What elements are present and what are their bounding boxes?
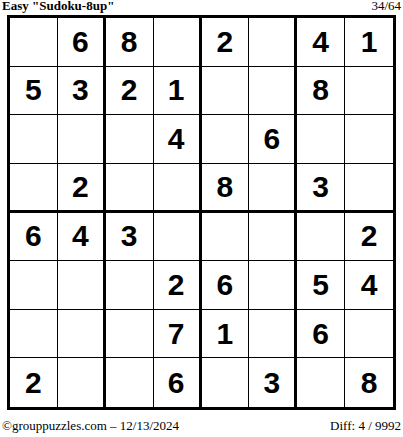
given-cell-r8c1: 2 [10,358,58,407]
empty-cell-r2c8[interactable] [345,67,393,116]
empty-cell-r5c5[interactable] [202,213,250,262]
given-cell-r6c4: 2 [154,261,202,310]
empty-cell-r3c3[interactable] [106,115,154,164]
given-cell-r6c7: 5 [297,261,345,310]
empty-cell-r1c1[interactable] [10,18,58,67]
empty-cell-r2c6[interactable] [249,67,297,116]
given-cell-r5c8: 2 [345,213,393,262]
difficulty-text: Diff: 4 / 9992 [330,418,401,434]
given-cell-r5c2: 4 [58,213,106,262]
given-cell-r3c4: 4 [154,115,202,164]
empty-cell-r4c6[interactable] [249,164,297,213]
empty-cell-r5c4[interactable] [154,213,202,262]
given-cell-r4c5: 8 [202,164,250,213]
sudoku-board: 682415321846283643226547162638 [7,15,396,410]
given-cell-r8c6: 3 [249,358,297,407]
empty-cell-r8c7[interactable] [297,358,345,407]
empty-cell-r6c3[interactable] [106,261,154,310]
empty-cell-r8c2[interactable] [58,358,106,407]
given-cell-r2c4: 1 [154,67,202,116]
given-cell-r2c2: 3 [58,67,106,116]
empty-cell-r6c2[interactable] [58,261,106,310]
given-cell-r1c7: 4 [297,18,345,67]
empty-cell-r7c2[interactable] [58,310,106,359]
given-cell-r7c7: 6 [297,310,345,359]
given-cell-r7c4: 7 [154,310,202,359]
given-cell-r1c3: 8 [106,18,154,67]
given-cell-r4c2: 2 [58,164,106,213]
empty-cell-r3c7[interactable] [297,115,345,164]
blank-cell-counter: 34/64 [371,0,401,14]
empty-cell-r1c4[interactable] [154,18,202,67]
page-footer: ©grouppuzzles.com – 12/13/2024 Diff: 4 /… [2,418,401,434]
empty-cell-r4c8[interactable] [345,164,393,213]
empty-cell-r4c1[interactable] [10,164,58,213]
given-cell-r2c3: 2 [106,67,154,116]
empty-cell-r8c3[interactable] [106,358,154,407]
empty-cell-r5c6[interactable] [249,213,297,262]
given-cell-r5c1: 6 [10,213,58,262]
empty-cell-r4c4[interactable] [154,164,202,213]
empty-cell-r7c8[interactable] [345,310,393,359]
empty-cell-r3c2[interactable] [58,115,106,164]
empty-cell-r6c6[interactable] [249,261,297,310]
puzzle-page: Easy "Sudoku-8up" 34/64 6824153218462836… [0,0,403,437]
empty-cell-r4c3[interactable] [106,164,154,213]
puzzle-title: Easy "Sudoku-8up" [2,0,114,14]
empty-cell-r3c1[interactable] [10,115,58,164]
given-cell-r5c3: 3 [106,213,154,262]
given-cell-r8c8: 8 [345,358,393,407]
given-cell-r8c4: 6 [154,358,202,407]
given-cell-r3c6: 6 [249,115,297,164]
page-header: Easy "Sudoku-8up" 34/64 [2,0,401,14]
empty-cell-r2c5[interactable] [202,67,250,116]
given-cell-r1c8: 1 [345,18,393,67]
empty-cell-r1c6[interactable] [249,18,297,67]
given-cell-r6c5: 6 [202,261,250,310]
empty-cell-r3c8[interactable] [345,115,393,164]
given-cell-r6c8: 4 [345,261,393,310]
empty-cell-r3c5[interactable] [202,115,250,164]
given-cell-r2c7: 8 [297,67,345,116]
given-cell-r1c5: 2 [202,18,250,67]
empty-cell-r7c6[interactable] [249,310,297,359]
empty-cell-r5c7[interactable] [297,213,345,262]
given-cell-r4c7: 3 [297,164,345,213]
empty-cell-r7c3[interactable] [106,310,154,359]
given-cell-r2c1: 5 [10,67,58,116]
empty-cell-r7c1[interactable] [10,310,58,359]
empty-cell-r6c1[interactable] [10,261,58,310]
copyright-text: ©grouppuzzles.com – 12/13/2024 [2,418,179,434]
given-cell-r7c5: 1 [202,310,250,359]
empty-cell-r8c5[interactable] [202,358,250,407]
given-cell-r1c2: 6 [58,18,106,67]
